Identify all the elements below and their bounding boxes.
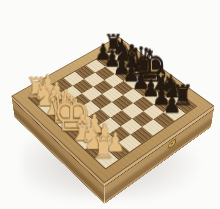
piece-white-rook-h1[interactable]: ♜: [91, 133, 114, 164]
square-h1[interactable]: ♜: [95, 150, 118, 168]
square-e5[interactable]: [112, 95, 133, 110]
photo-background: ♜♞♝♛♚♝♞♜♟♟♟♟♟♟♟♟♟♟♟♟♟♟♟♟♜♞♝♛♚♝♞♜: [0, 0, 220, 209]
scene: ♜♞♝♛♚♝♞♜♟♟♟♟♟♟♟♟♟♟♟♟♟♟♟♟♜♞♝♛♚♝♞♜: [0, 0, 220, 209]
clasp-latch-icon: [168, 138, 177, 150]
piece-black-pawn-h7[interactable]: ♟: [163, 92, 182, 117]
